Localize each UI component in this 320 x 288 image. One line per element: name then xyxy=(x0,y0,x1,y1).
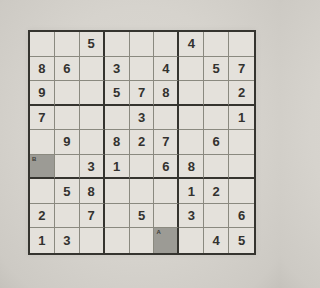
cell-r4c6[interactable] xyxy=(154,106,179,131)
given-digit: 1 xyxy=(38,234,45,247)
cell-r6c5[interactable] xyxy=(130,155,155,180)
cell-r1c1[interactable] xyxy=(30,32,55,57)
cell-r3c1[interactable]: 9 xyxy=(30,81,55,106)
given-digit: 8 xyxy=(162,86,169,99)
given-digit: 3 xyxy=(63,234,70,247)
given-digit: 5 xyxy=(138,209,145,222)
cell-r9c3[interactable] xyxy=(80,228,105,253)
cell-r5c1[interactable] xyxy=(30,130,55,155)
cell-r4c1[interactable]: 7 xyxy=(30,106,55,131)
cell-r7c6[interactable] xyxy=(154,179,179,204)
cell-r1c2[interactable] xyxy=(55,32,80,57)
cell-r3c6[interactable]: 8 xyxy=(154,81,179,106)
cell-r9c5[interactable] xyxy=(130,228,155,253)
cell-r4c8[interactable] xyxy=(204,106,229,131)
cell-r8c7[interactable]: 3 xyxy=(179,204,204,229)
given-digit: 6 xyxy=(162,160,169,173)
cell-r5c9[interactable] xyxy=(229,130,254,155)
cell-r3c7[interactable] xyxy=(179,81,204,106)
given-digit: 8 xyxy=(113,135,120,148)
cell-r2c6[interactable]: 4 xyxy=(154,57,179,82)
given-digit: 2 xyxy=(213,185,220,198)
cell-r3c2[interactable] xyxy=(55,81,80,106)
given-digit: 8 xyxy=(188,160,195,173)
given-digit: 7 xyxy=(162,135,169,148)
cell-r7c8[interactable]: 2 xyxy=(204,179,229,204)
cell-r2c5[interactable] xyxy=(130,57,155,82)
given-digit: 7 xyxy=(138,86,145,99)
cell-r4c7[interactable] xyxy=(179,106,204,131)
given-digit: 4 xyxy=(213,234,220,247)
cell-r1c7[interactable]: 4 xyxy=(179,32,204,57)
given-digit: 6 xyxy=(63,62,70,75)
cell-r3c4[interactable]: 5 xyxy=(105,81,130,106)
given-digit: 6 xyxy=(238,209,245,222)
cell-r4c4[interactable] xyxy=(105,106,130,131)
cell-r1c5[interactable] xyxy=(130,32,155,57)
cell-r8c1[interactable]: 2 xyxy=(30,204,55,229)
cell-r2c7[interactable] xyxy=(179,57,204,82)
cell-r7c1[interactable] xyxy=(30,179,55,204)
cell-r2c1[interactable]: 8 xyxy=(30,57,55,82)
given-digit: 4 xyxy=(162,62,169,75)
cell-r7c2[interactable]: 5 xyxy=(55,179,80,204)
cell-r6c3[interactable]: 3 xyxy=(80,155,105,180)
cell-r5c8[interactable]: 6 xyxy=(204,130,229,155)
cell-r1c9[interactable] xyxy=(229,32,254,57)
cell-r5c4[interactable]: 8 xyxy=(105,130,130,155)
cell-r9c8[interactable]: 4 xyxy=(204,228,229,253)
cell-r5c7[interactable] xyxy=(179,130,204,155)
cell-r9c7[interactable] xyxy=(179,228,204,253)
cell-r5c5[interactable]: 2 xyxy=(130,130,155,155)
cell-r1c4[interactable] xyxy=(105,32,130,57)
given-digit: 1 xyxy=(238,111,245,124)
cell-r3c8[interactable] xyxy=(204,81,229,106)
given-digit: 3 xyxy=(113,62,120,75)
cell-r4c9[interactable]: 1 xyxy=(229,106,254,131)
cell-r8c3[interactable]: 7 xyxy=(80,204,105,229)
given-digit: 5 xyxy=(213,62,220,75)
given-digit: 4 xyxy=(188,37,195,50)
given-digit: 5 xyxy=(63,185,70,198)
cell-r2c4[interactable]: 3 xyxy=(105,57,130,82)
cell-r5c2[interactable]: 9 xyxy=(55,130,80,155)
cell-r9c6[interactable]: A xyxy=(154,228,179,253)
cell-r3c9[interactable]: 2 xyxy=(229,81,254,106)
given-digit: 7 xyxy=(88,209,95,222)
given-digit: 3 xyxy=(138,111,145,124)
given-digit: 5 xyxy=(113,86,120,99)
given-digit: 6 xyxy=(213,135,220,148)
cell-r3c5[interactable]: 7 xyxy=(130,81,155,106)
cell-r2c3[interactable] xyxy=(80,57,105,82)
given-digit: 8 xyxy=(88,185,95,198)
cell-r8c9[interactable]: 6 xyxy=(229,204,254,229)
cell-r1c3[interactable]: 5 xyxy=(80,32,105,57)
cell-r6c2[interactable] xyxy=(55,155,80,180)
given-digit: 2 xyxy=(238,86,245,99)
given-digit: 2 xyxy=(138,135,145,148)
cell-r6c1[interactable]: B xyxy=(30,155,55,180)
cell-r4c2[interactable] xyxy=(55,106,80,131)
cell-r1c6[interactable] xyxy=(154,32,179,57)
shaded-cell-label: A xyxy=(156,229,160,235)
cell-r2c9[interactable]: 7 xyxy=(229,57,254,82)
cell-r5c3[interactable] xyxy=(80,130,105,155)
given-digit: 7 xyxy=(38,111,45,124)
given-digit: 5 xyxy=(88,37,95,50)
shaded-cell-label: B xyxy=(32,156,36,162)
given-digit: 7 xyxy=(238,62,245,75)
cell-r4c3[interactable] xyxy=(80,106,105,131)
cell-r6c7[interactable]: 8 xyxy=(179,155,204,180)
cell-r5c6[interactable]: 7 xyxy=(154,130,179,155)
cell-r8c5[interactable]: 5 xyxy=(130,204,155,229)
cell-r8c2[interactable] xyxy=(55,204,80,229)
given-digit: 5 xyxy=(238,234,245,247)
given-digit: 9 xyxy=(38,86,45,99)
given-digit: 1 xyxy=(188,185,195,198)
cell-r6c6[interactable]: 6 xyxy=(154,155,179,180)
cell-r6c9[interactable] xyxy=(229,155,254,180)
given-digit: 3 xyxy=(88,160,95,173)
cell-r8c4[interactable] xyxy=(105,204,130,229)
cell-r1c8[interactable] xyxy=(204,32,229,57)
cell-r4c5[interactable]: 3 xyxy=(130,106,155,131)
cell-r9c4[interactable] xyxy=(105,228,130,253)
given-digit: 9 xyxy=(63,135,70,148)
cell-r3c3[interactable] xyxy=(80,81,105,106)
cell-r2c2[interactable]: 6 xyxy=(55,57,80,82)
cell-r7c7[interactable]: 1 xyxy=(179,179,204,204)
sudoku-board: 548634579578273198276B316858122753613A45 xyxy=(28,30,256,255)
given-digit: 8 xyxy=(38,62,45,75)
cell-r7c9[interactable] xyxy=(229,179,254,204)
cell-r2c8[interactable]: 5 xyxy=(204,57,229,82)
cell-r9c9[interactable]: 5 xyxy=(229,228,254,253)
given-digit: 2 xyxy=(38,209,45,222)
cell-r8c8[interactable] xyxy=(204,204,229,229)
cell-r8c6[interactable] xyxy=(154,204,179,229)
cell-r7c3[interactable]: 8 xyxy=(80,179,105,204)
cell-r6c8[interactable] xyxy=(204,155,229,180)
given-digit: 1 xyxy=(113,160,120,173)
given-digit: 3 xyxy=(188,209,195,222)
cell-r9c1[interactable]: 1 xyxy=(30,228,55,253)
cell-r7c5[interactable] xyxy=(130,179,155,204)
cell-r7c4[interactable] xyxy=(105,179,130,204)
cell-r6c4[interactable]: 1 xyxy=(105,155,130,180)
cell-r9c2[interactable]: 3 xyxy=(55,228,80,253)
